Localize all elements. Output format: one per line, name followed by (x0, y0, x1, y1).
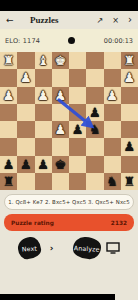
board-square[interactable] (69, 87, 86, 104)
board-square[interactable] (17, 121, 34, 138)
board-square[interactable] (86, 69, 103, 86)
forward-chevron-icon[interactable]: › (128, 16, 132, 24)
timer: 00:00:13 (104, 37, 133, 45)
board-square[interactable] (52, 69, 69, 86)
board-square[interactable] (86, 87, 103, 104)
board-square[interactable]: ♚ (52, 52, 69, 69)
board-square[interactable] (17, 138, 34, 155)
board-square[interactable] (104, 52, 121, 69)
board-square[interactable] (121, 87, 138, 104)
action-row: Next › Analyze (0, 237, 138, 259)
board-square[interactable]: ♟ (121, 69, 138, 86)
board-square[interactable]: ♟ (35, 156, 52, 173)
board-square[interactable] (121, 121, 138, 138)
board-square[interactable]: ♟ (86, 104, 103, 121)
board-square[interactable] (69, 156, 86, 173)
next-chevron-icon[interactable]: › (50, 243, 54, 253)
board-square[interactable] (69, 173, 86, 190)
board-square[interactable]: ♟ (17, 69, 34, 86)
close-icon[interactable]: × (112, 16, 119, 25)
board-square[interactable] (121, 156, 138, 173)
solution-moves: 1. Qc8+ Ke7 2. Bxc5+ Qxc5 3. Qxc5+ Nxc5 (8, 199, 130, 205)
puzzle-rating-banner: Puzzle rating 2132 (4, 214, 134, 231)
board-square[interactable] (0, 104, 17, 121)
board-square[interactable] (86, 156, 103, 173)
next-button-label: Next (22, 244, 38, 252)
chess-piece-bN: ♞ (86, 121, 103, 138)
chess-piece-wP: ♟ (17, 69, 34, 86)
board-square[interactable] (17, 87, 34, 104)
board-square[interactable] (104, 104, 121, 121)
board-square[interactable]: ♜ (121, 52, 138, 69)
elo-label: ELO: 1174 (5, 37, 40, 45)
board-square[interactable] (69, 138, 86, 155)
board-square[interactable] (104, 138, 121, 155)
chess-piece-bP: ♟ (35, 156, 52, 173)
side-to-move-indicator (68, 37, 75, 44)
board-square[interactable] (69, 69, 86, 86)
monitor-icon[interactable] (106, 242, 120, 254)
board-square[interactable] (35, 104, 52, 121)
board-square[interactable] (17, 52, 34, 69)
board-square[interactable] (35, 69, 52, 86)
chess-piece-bN: ♞ (104, 173, 121, 190)
board-square[interactable] (121, 104, 138, 121)
info-strip: ELO: 1174 00:00:13 (0, 29, 138, 52)
chess-piece-wR: ♜ (0, 52, 17, 69)
board-square[interactable] (0, 138, 17, 155)
board-square[interactable]: ♟ (0, 87, 17, 104)
board-square[interactable]: ♚ (52, 156, 69, 173)
chess-piece-bR: ♜ (0, 173, 17, 190)
page-title: Puzzles (30, 15, 59, 25)
board-grid: ♜♝♚♜♟♟♟♟♟♟♟♟♟♞♟♟♟♟♚♜♞♜ (0, 52, 138, 190)
board-square[interactable] (35, 121, 52, 138)
chess-piece-bP: ♟ (121, 138, 138, 155)
board-square[interactable] (86, 173, 103, 190)
chess-board: ♜♝♚♜♟♟♟♟♟♟♟♟♟♞♟♟♟♟♚♜♞♜ (0, 52, 138, 190)
board-square[interactable] (104, 156, 121, 173)
chess-piece-wR: ♜ (121, 52, 138, 69)
chess-piece-wK: ♚ (52, 52, 69, 69)
board-square[interactable] (35, 173, 52, 190)
chess-piece-bP: ♟ (17, 156, 34, 173)
board-square[interactable] (52, 104, 69, 121)
chess-piece-bP: ♟ (0, 156, 17, 173)
puzzle-rating-value: 2132 (111, 220, 127, 226)
flip-board-icon[interactable]: ↗ (97, 16, 104, 25)
chess-piece-wP: ♟ (121, 69, 138, 86)
board-square[interactable] (104, 121, 121, 138)
chess-piece-wP: ♟ (52, 121, 69, 138)
bottom-system-bar (0, 294, 115, 300)
board-square[interactable]: ♟ (52, 121, 69, 138)
board-square[interactable] (52, 173, 69, 190)
board-square[interactable] (17, 173, 34, 190)
board-square[interactable]: ♟ (0, 156, 17, 173)
board-square[interactable] (0, 121, 17, 138)
board-square[interactable] (35, 138, 52, 155)
chess-piece-wP: ♟ (52, 87, 69, 104)
board-square[interactable]: ♜ (0, 173, 17, 190)
analyze-button[interactable]: Analyze (73, 236, 102, 259)
board-square[interactable] (104, 69, 121, 86)
board-square[interactable]: ♟ (121, 138, 138, 155)
board-square[interactable]: ♞ (104, 173, 121, 190)
chess-piece-bP: ♟ (86, 104, 103, 121)
chess-piece-bR: ♜ (121, 173, 138, 190)
board-square[interactable]: ♝ (35, 52, 52, 69)
back-icon[interactable]: ← (6, 15, 20, 25)
board-square[interactable]: ♟ (52, 87, 69, 104)
board-square[interactable] (86, 138, 103, 155)
puzzle-rating-label: Puzzle rating (11, 220, 54, 226)
board-square[interactable] (69, 104, 86, 121)
chess-piece-bP: ♟ (69, 121, 86, 138)
next-button[interactable]: Next (17, 236, 41, 260)
chess-piece-wP: ♟ (35, 87, 52, 104)
board-square[interactable]: ♜ (121, 173, 138, 190)
board-square[interactable]: ♞ (86, 121, 103, 138)
board-square[interactable]: ♜ (0, 52, 17, 69)
board-square[interactable]: ♟ (104, 87, 121, 104)
chess-piece-wP: ♟ (0, 87, 17, 104)
board-square[interactable]: ♟ (17, 156, 34, 173)
analyze-button-label: Analyze (74, 244, 100, 252)
status-bar (0, 0, 138, 11)
chess-piece-bK: ♚ (52, 156, 69, 173)
board-square[interactable] (17, 104, 34, 121)
board-square[interactable]: ♟ (69, 121, 86, 138)
solution-card: 1. Qc8+ Ke7 2. Bxc5+ Qxc5 3. Qxc5+ Nxc5 (4, 194, 134, 210)
nav-bar: ← Puzzles ↗ × › (0, 11, 138, 29)
board-square[interactable] (69, 52, 86, 69)
chess-piece-wB: ♝ (35, 52, 52, 69)
board-square[interactable] (52, 138, 69, 155)
board-square[interactable]: ♟ (35, 87, 52, 104)
chess-piece-wP: ♟ (104, 87, 121, 104)
board-square[interactable] (86, 52, 103, 69)
board-square[interactable] (0, 69, 17, 86)
